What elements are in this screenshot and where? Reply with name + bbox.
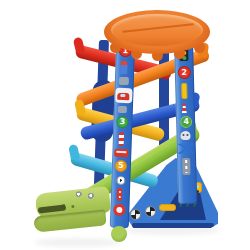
red-bus-icon: [114, 149, 128, 157]
puppy-icon: [180, 131, 190, 140]
car-window: [120, 94, 125, 97]
top-tray: [104, 10, 210, 60]
number-5-sticker: 5: [115, 160, 127, 172]
toy-ramp-tower-photo: ❯❯❯ 1 3 5: [0, 0, 250, 250]
sign-icon: [119, 77, 129, 85]
rocket-icon: [120, 61, 127, 74]
crocodile-launcher: [30, 182, 122, 244]
crocodile-eye: [87, 193, 95, 200]
sign-icon: [118, 106, 127, 113]
red-car-icon: [117, 93, 129, 100]
traffic-cone-icon: [181, 103, 188, 113]
checkered-wheel-sticker: [145, 206, 156, 217]
ramp-1-end-lip: [73, 37, 85, 54]
yellow-pole-icon: [181, 83, 187, 99]
crocodile-eye: [75, 191, 83, 198]
number-2-sticker: 2: [178, 66, 191, 79]
number-3-sticker: 3: [116, 116, 128, 128]
base-underside: [132, 223, 215, 228]
road-icon: [182, 158, 190, 175]
yellow-bar-sticker: [159, 204, 176, 211]
number-4-sticker: 4: [180, 116, 192, 128]
crocodile-nostril: [71, 205, 74, 208]
butterfly-icon: [178, 143, 195, 154]
car-sticker-panel: [115, 88, 133, 104]
ramp-5-end-lip: [68, 144, 80, 161]
checkered-wheel-sticker: [130, 209, 141, 220]
striped-pole-icon: [119, 132, 124, 146]
